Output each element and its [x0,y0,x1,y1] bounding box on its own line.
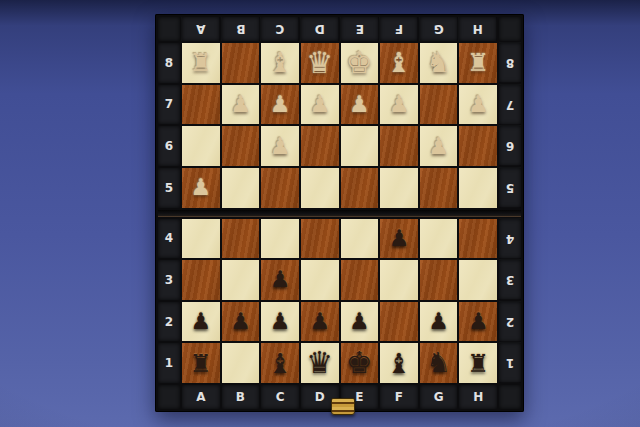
square-h1[interactable]: ♜ [459,343,497,383]
white-rook-piece[interactable]: ♜ [467,50,489,75]
black-rook-piece[interactable]: ♜ [467,351,489,376]
square-f3[interactable] [380,260,418,300]
white-pawn-piece[interactable]: ♟ [230,93,251,116]
square-b7[interactable]: ♟ [222,85,260,125]
white-pawn-piece[interactable]: ♟ [468,93,489,116]
square-g3[interactable] [420,260,458,300]
file-label-a-top: A [182,17,220,41]
square-d6[interactable] [301,126,339,166]
fold-hinge-seam [158,210,521,217]
square-h3[interactable] [459,260,497,300]
square-h8[interactable]: ♜ [459,43,497,83]
square-e4[interactable] [341,219,379,259]
square-g6[interactable]: ♟ [420,126,458,166]
square-e7[interactable]: ♟ [341,85,379,125]
rank-label-7-left: 7 [158,85,180,125]
frame-corner [499,385,521,409]
rank-label-4-right: 4 [499,219,521,259]
square-f8[interactable]: ♝ [380,43,418,83]
file-label-f-top: F [380,17,418,41]
square-e2[interactable]: ♟ [341,302,379,342]
square-h2[interactable]: ♟ [459,302,497,342]
square-c6[interactable]: ♟ [261,126,299,166]
file-label-c-top: C [261,17,299,41]
square-c8[interactable]: ♝ [261,43,299,83]
square-b3[interactable] [222,260,260,300]
rank-label-1-left: 1 [158,343,180,383]
square-f4[interactable]: ♟ [380,219,418,259]
rank-label-6-left: 6 [158,126,180,166]
square-d1[interactable]: ♛ [301,343,339,383]
file-label-e-top: E [341,17,379,41]
white-pawn-piece[interactable]: ♟ [349,93,370,116]
square-d4[interactable] [301,219,339,259]
rank-label-3-left: 3 [158,260,180,300]
white-pawn-piece[interactable]: ♟ [270,93,291,116]
square-e1[interactable]: ♚ [341,343,379,383]
white-bishop-piece[interactable]: ♝ [268,49,292,76]
square-g8[interactable]: ♞ [420,43,458,83]
chess-board: ABCDEFGH8♜♝♛♚♝♞♜87♟♟♟♟♟♟76♟♟65♟54♟43♟32♟… [155,14,524,412]
square-c4[interactable] [261,219,299,259]
rank-label-5-right: 5 [499,168,521,208]
square-g5[interactable] [420,168,458,208]
square-c3[interactable]: ♟ [261,260,299,300]
square-f5[interactable] [380,168,418,208]
square-h7[interactable]: ♟ [459,85,497,125]
square-d3[interactable] [301,260,339,300]
file-label-c-bottom: C [261,385,299,409]
square-d2[interactable]: ♟ [301,302,339,342]
brass-latch [331,398,355,415]
square-a7[interactable] [182,85,220,125]
file-label-g-bottom: G [420,385,458,409]
square-g7[interactable] [420,85,458,125]
rank-label-1-right: 1 [499,343,521,383]
rank-label-5-left: 5 [158,168,180,208]
square-d5[interactable] [301,168,339,208]
black-pawn-piece[interactable]: ♟ [270,268,291,291]
square-g1[interactable]: ♞ [420,343,458,383]
rank-label-7-right: 7 [499,85,521,125]
rank-label-6-right: 6 [499,126,521,166]
square-a5[interactable]: ♟ [182,168,220,208]
rank-label-2-right: 2 [499,302,521,342]
black-pawn-piece[interactable]: ♟ [270,310,291,333]
square-b8[interactable] [222,43,260,83]
white-rook-piece[interactable]: ♜ [190,50,212,75]
square-f1[interactable]: ♝ [380,343,418,383]
square-c5[interactable] [261,168,299,208]
black-bishop-piece[interactable]: ♝ [268,350,292,377]
frame-corner [158,385,180,409]
square-e8[interactable]: ♚ [341,43,379,83]
square-b4[interactable] [222,219,260,259]
frame-corner [499,17,521,41]
square-b5[interactable] [222,168,260,208]
square-f2[interactable] [380,302,418,342]
square-f7[interactable]: ♟ [380,85,418,125]
square-a3[interactable] [182,260,220,300]
white-king-piece[interactable]: ♚ [346,48,373,78]
square-h6[interactable] [459,126,497,166]
square-e3[interactable] [341,260,379,300]
square-c1[interactable]: ♝ [261,343,299,383]
rank-label-8-left: 8 [158,43,180,83]
white-pawn-piece[interactable]: ♟ [309,93,330,116]
white-pawn-piece[interactable]: ♟ [389,93,410,116]
file-label-h-top: H [459,17,497,41]
square-a2[interactable]: ♟ [182,302,220,342]
frame-corner [158,17,180,41]
black-pawn-piece[interactable]: ♟ [309,310,330,333]
black-pawn-piece[interactable]: ♟ [349,310,370,333]
square-g4[interactable] [420,219,458,259]
black-pawn-piece[interactable]: ♟ [468,310,489,333]
rank-label-8-right: 8 [499,43,521,83]
file-label-g-top: G [420,17,458,41]
black-rook-piece[interactable]: ♜ [190,351,212,376]
black-knight-piece[interactable]: ♞ [426,349,451,377]
rank-label-3-right: 3 [499,260,521,300]
square-f6[interactable] [380,126,418,166]
square-h4[interactable] [459,219,497,259]
square-b1[interactable] [222,343,260,383]
rank-label-4-left: 4 [158,219,180,259]
square-d8[interactable]: ♛ [301,43,339,83]
square-b6[interactable] [222,126,260,166]
file-label-f-bottom: F [380,385,418,409]
square-h5[interactable] [459,168,497,208]
square-e5[interactable] [341,168,379,208]
white-pawn-piece[interactable]: ♟ [270,135,291,158]
file-label-h-bottom: H [459,385,497,409]
rank-label-2-left: 2 [158,302,180,342]
black-king-piece[interactable]: ♚ [346,348,373,378]
white-bishop-piece[interactable]: ♝ [387,49,411,76]
file-label-a-bottom: A [182,385,220,409]
file-label-d-top: D [301,17,339,41]
white-pawn-piece[interactable]: ♟ [428,135,449,158]
file-label-b-top: B [222,17,260,41]
square-b2[interactable]: ♟ [222,302,260,342]
black-pawn-piece[interactable]: ♟ [428,310,449,333]
black-pawn-piece[interactable]: ♟ [389,227,410,250]
square-c2[interactable]: ♟ [261,302,299,342]
white-knight-piece[interactable]: ♞ [426,49,451,77]
file-label-b-bottom: B [222,385,260,409]
black-bishop-piece[interactable]: ♝ [387,350,411,377]
square-d7[interactable]: ♟ [301,85,339,125]
square-g2[interactable]: ♟ [420,302,458,342]
black-pawn-piece[interactable]: ♟ [230,310,251,333]
square-a4[interactable] [182,219,220,259]
white-queen-piece[interactable]: ♛ [306,48,333,78]
square-a8[interactable]: ♜ [182,43,220,83]
square-a1[interactable]: ♜ [182,343,220,383]
white-pawn-piece[interactable]: ♟ [191,176,212,199]
black-pawn-piece[interactable]: ♟ [191,310,212,333]
square-e6[interactable] [341,126,379,166]
square-a6[interactable] [182,126,220,166]
black-queen-piece[interactable]: ♛ [306,348,333,378]
square-c7[interactable]: ♟ [261,85,299,125]
